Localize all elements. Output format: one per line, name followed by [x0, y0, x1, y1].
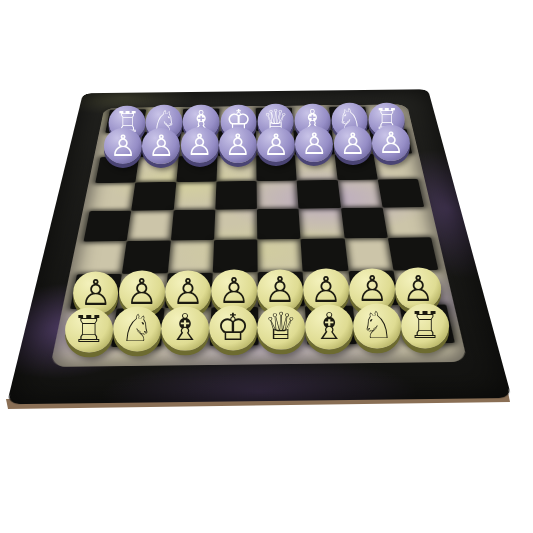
piece-black-bishop-f8[interactable]: ♗ [161, 306, 209, 351]
chess-board-photo: ♖♘♗♔♕♗♘♖♙♙♙♙♙♙♙♙♙♙♙♙♙♙♙♙♖♘♗♔♕♗♘♖ [0, 0, 533, 533]
piece-black-queen-d8[interactable]: ♕ [257, 305, 305, 350]
black-king-icon: ♔ [216, 309, 249, 346]
piece-black-rook-h8[interactable]: ♖ [65, 307, 113, 352]
black-queen-icon: ♕ [264, 308, 297, 345]
white-pawn-icon: ♙ [339, 128, 366, 158]
piece-black-rook-a8[interactable]: ♖ [401, 303, 449, 348]
black-bishop-icon: ♗ [312, 308, 345, 345]
white-pawn-icon: ♙ [110, 131, 137, 161]
white-pawn-icon: ♙ [148, 130, 175, 160]
piece-white-pawn-g2[interactable]: ♙ [142, 128, 180, 164]
black-pawn-icon: ♙ [264, 272, 296, 308]
black-pawn-icon: ♙ [126, 274, 158, 310]
piece-black-bishop-c8[interactable]: ♗ [305, 304, 353, 349]
black-pawn-icon: ♙ [402, 271, 434, 307]
piece-white-pawn-e2[interactable]: ♙ [219, 127, 257, 163]
piece-white-pawn-f2[interactable]: ♙ [181, 127, 219, 163]
piece-white-pawn-h2[interactable]: ♙ [104, 128, 142, 164]
black-rook-icon: ♖ [72, 310, 105, 347]
piece-black-knight-g8[interactable]: ♘ [113, 307, 161, 352]
white-pawn-icon: ♙ [263, 129, 290, 159]
pieces-layer: ♖♘♗♔♕♗♘♖♙♙♙♙♙♙♙♙♙♙♙♙♙♙♙♙♖♘♗♔♕♗♘♖ [0, 0, 533, 533]
piece-white-pawn-a2[interactable]: ♙ [372, 125, 410, 161]
black-pawn-icon: ♙ [80, 274, 112, 310]
piece-white-pawn-b2[interactable]: ♙ [334, 126, 372, 162]
black-pawn-icon: ♙ [172, 273, 204, 309]
black-bishop-icon: ♗ [168, 309, 201, 346]
piece-white-pawn-c2[interactable]: ♙ [295, 126, 333, 162]
black-pawn-icon: ♙ [310, 272, 342, 308]
white-pawn-icon: ♙ [378, 128, 405, 158]
black-knight-icon: ♘ [360, 307, 393, 344]
piece-black-king-e8[interactable]: ♔ [209, 306, 257, 351]
piece-white-pawn-d2[interactable]: ♙ [257, 127, 295, 163]
white-pawn-icon: ♙ [301, 129, 328, 159]
black-pawn-icon: ♙ [218, 273, 250, 309]
white-pawn-icon: ♙ [186, 130, 213, 160]
black-pawn-icon: ♙ [356, 271, 388, 307]
piece-black-knight-b8[interactable]: ♘ [353, 304, 401, 349]
white-pawn-icon: ♙ [225, 130, 252, 160]
black-knight-icon: ♘ [120, 310, 153, 347]
black-rook-icon: ♖ [408, 306, 441, 343]
